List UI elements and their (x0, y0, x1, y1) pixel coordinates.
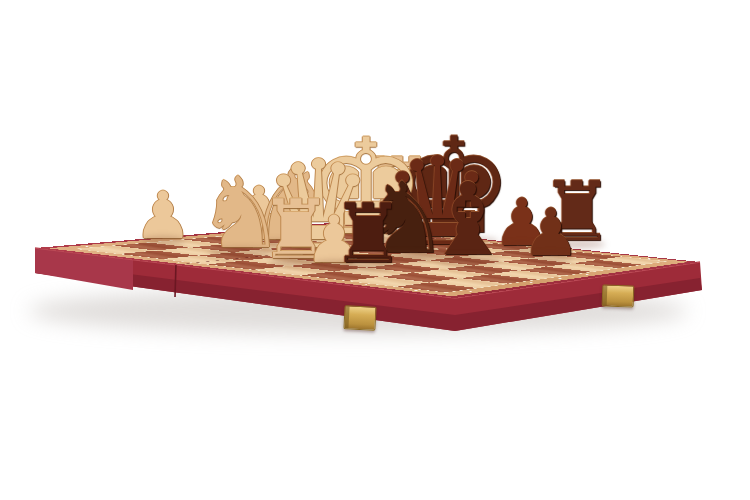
white-pawn: ♟ (134, 183, 192, 248)
black-pawn: ♟ (522, 200, 580, 265)
black-rook: ♜ (331, 193, 405, 275)
pieces-layer: ♟♞♟♞♜♛♟♚♜♜♞♛♚♝♟♟♜ (0, 0, 750, 500)
black-bishop: ♝ (423, 170, 513, 270)
chess-set-photo: ♟♞♟♞♜♛♟♚♜♜♞♛♚♝♟♟♜ (0, 0, 750, 500)
